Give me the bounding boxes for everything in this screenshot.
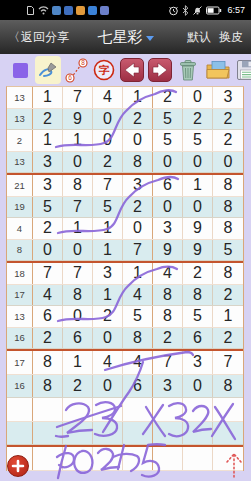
connect-numbers-tool-button[interactable]: 6 8 bbox=[63, 56, 89, 84]
number-cell: 8 bbox=[33, 351, 63, 374]
number-cell: 8 bbox=[213, 375, 243, 398]
row-sum-label: 13 bbox=[7, 306, 33, 327]
notification-icons bbox=[26, 5, 168, 16]
number-cell: 0 bbox=[63, 240, 93, 261]
number-cell: 2 bbox=[33, 218, 63, 239]
number-cell: 2 bbox=[213, 285, 243, 306]
board-row-2: 132902522 bbox=[7, 109, 243, 131]
number-cell bbox=[213, 398, 243, 421]
number-cell: 1 bbox=[93, 218, 123, 239]
folder-icon bbox=[204, 57, 232, 83]
arrow-left-icon bbox=[120, 58, 144, 82]
board-row-6: 195752008 bbox=[7, 197, 243, 219]
number-cell bbox=[153, 398, 183, 421]
number-cell: 6 bbox=[63, 328, 93, 349]
board-row-5: 213873618 bbox=[7, 175, 243, 197]
row-sum-label: 13 bbox=[7, 152, 33, 173]
svg-text:6: 6 bbox=[68, 74, 72, 81]
nav-bar: 〈 返回分享 七星彩 默认 换皮 bbox=[0, 20, 251, 54]
number-cell: 5 bbox=[153, 130, 183, 151]
number-cell: 2 bbox=[93, 152, 123, 173]
app-notification-icon bbox=[88, 6, 97, 15]
number-cell: 1 bbox=[63, 351, 93, 374]
number-cell: 8 bbox=[153, 306, 183, 327]
number-cell: 4 bbox=[33, 285, 63, 306]
scroll-to-top-button[interactable] bbox=[225, 450, 243, 481]
clock-time: 6:57 bbox=[227, 5, 245, 15]
number-cell: 0 bbox=[153, 152, 183, 173]
title-dropdown[interactable]: 七星彩 bbox=[86, 28, 165, 47]
number-cell: 0 bbox=[183, 197, 213, 218]
row-sum-label: 21 bbox=[7, 175, 33, 196]
number-cell: 0 bbox=[183, 152, 213, 173]
number-cell: 5 bbox=[123, 306, 153, 327]
number-cell: 8 bbox=[63, 175, 93, 196]
open-folder-button[interactable] bbox=[203, 56, 232, 84]
number-cell bbox=[63, 447, 93, 470]
number-cell: 7 bbox=[213, 351, 243, 374]
number-cell: 1 bbox=[93, 240, 123, 261]
mute-vibrate-icon bbox=[192, 5, 203, 16]
number-cell: 8 bbox=[213, 218, 243, 239]
number-cell: 3 bbox=[93, 263, 123, 284]
number-cell: 0 bbox=[93, 130, 123, 151]
number-cell bbox=[93, 398, 123, 421]
number-cell: 3 bbox=[33, 175, 63, 196]
number-cell: 2 bbox=[123, 109, 153, 130]
number-cell: 8 bbox=[213, 175, 243, 196]
svg-text:字: 字 bbox=[99, 64, 110, 76]
next-button[interactable] bbox=[147, 56, 173, 84]
board-row-7: 42110398 bbox=[7, 218, 243, 240]
number-cell: 0 bbox=[183, 87, 213, 108]
number-cell: 0 bbox=[93, 109, 123, 130]
number-cell: 8 bbox=[213, 197, 243, 218]
board-row-17 bbox=[7, 447, 243, 471]
number-cell: 3 bbox=[123, 175, 153, 196]
number-cell: 5 bbox=[183, 130, 213, 151]
back-chevron-icon: 〈 bbox=[8, 29, 20, 46]
number-cell: 2 bbox=[63, 375, 93, 398]
svg-text:8: 8 bbox=[81, 59, 85, 66]
app-notification-icon bbox=[64, 6, 73, 15]
number-cell: 5 bbox=[33, 197, 63, 218]
number-cell bbox=[123, 398, 153, 421]
text-tool-icon: 字 bbox=[92, 58, 116, 82]
number-cell: 3 bbox=[153, 375, 183, 398]
prev-button[interactable] bbox=[119, 56, 145, 84]
board-row-15 bbox=[7, 398, 243, 422]
number-cell bbox=[33, 422, 63, 445]
number-cell: 2 bbox=[153, 328, 183, 349]
board-row-8: 80017995 bbox=[7, 240, 243, 262]
number-cell: 0 bbox=[63, 306, 93, 327]
number-cell: 1 bbox=[213, 306, 243, 327]
number-cell: 5 bbox=[153, 109, 183, 130]
number-board[interactable]: 1317412031329025222110055213302800021387… bbox=[6, 86, 244, 471]
number-cell: 2 bbox=[213, 328, 243, 349]
number-cell: 8 bbox=[63, 285, 93, 306]
number-cell bbox=[123, 422, 153, 445]
number-cell bbox=[153, 447, 183, 470]
row-sum-label: 18 bbox=[7, 263, 33, 284]
number-cell: 9 bbox=[183, 240, 213, 261]
number-cell: 4 bbox=[123, 285, 153, 306]
number-cell bbox=[63, 398, 93, 421]
number-cell bbox=[183, 422, 213, 445]
number-cell: 7 bbox=[123, 240, 153, 261]
number-cell: 7 bbox=[63, 263, 93, 284]
number-cell: 6 bbox=[153, 175, 183, 196]
row-sum-label: 17 bbox=[7, 351, 33, 374]
status-bar: 6:57 bbox=[0, 0, 251, 20]
number-cell: 8 bbox=[33, 375, 63, 398]
number-cell: 0 bbox=[33, 240, 63, 261]
plus-icon bbox=[11, 459, 25, 473]
number-cell: 2 bbox=[213, 109, 243, 130]
board-row-12: 162608262 bbox=[7, 328, 243, 350]
number-cell: 0 bbox=[63, 152, 93, 173]
number-cell: 5 bbox=[183, 306, 213, 327]
number-cell: 0 bbox=[123, 218, 153, 239]
status-indicators: 6:57 bbox=[168, 5, 245, 16]
number-cell: 0 bbox=[93, 328, 123, 349]
up-arrow-dotted-icon bbox=[225, 450, 243, 480]
number-cell: 0 bbox=[93, 375, 123, 398]
app-notification-icon bbox=[100, 6, 109, 15]
number-cell: 6 bbox=[33, 306, 63, 327]
skin-change-button[interactable]: 换皮 bbox=[219, 29, 243, 46]
number-cell: 7 bbox=[93, 175, 123, 196]
number-cell: 2 bbox=[183, 109, 213, 130]
board-row-13: 178144737 bbox=[7, 351, 243, 375]
number-cell: 0 bbox=[213, 152, 243, 173]
number-cell: 3 bbox=[183, 351, 213, 374]
number-cell bbox=[123, 447, 153, 470]
row-sum-label bbox=[7, 398, 33, 421]
row-sum-label: 17 bbox=[7, 285, 33, 306]
row-sum-label: 16 bbox=[7, 328, 33, 349]
number-cell bbox=[33, 398, 63, 421]
app-notification-icon bbox=[52, 6, 61, 15]
alarm-icon bbox=[168, 5, 179, 16]
number-cell: 1 bbox=[63, 130, 93, 151]
board-row-4: 133028000 bbox=[7, 152, 243, 174]
purple-color-icon bbox=[13, 63, 28, 78]
number-cell: 2 bbox=[183, 263, 213, 284]
skin-default-button[interactable]: 默认 bbox=[187, 29, 211, 46]
number-cell: 8 bbox=[213, 263, 243, 284]
number-cell bbox=[93, 422, 123, 445]
number-cell: 7 bbox=[33, 263, 63, 284]
row-sum-label: 16 bbox=[7, 375, 33, 398]
row-sum-label: 8 bbox=[7, 240, 33, 261]
number-cell: 1 bbox=[33, 130, 63, 151]
number-cell bbox=[153, 422, 183, 445]
trash-icon bbox=[175, 57, 201, 84]
number-cell: 4 bbox=[93, 87, 123, 108]
number-cell: 7 bbox=[63, 197, 93, 218]
number-cell: 2 bbox=[213, 130, 243, 151]
save-floppy-icon bbox=[234, 57, 251, 83]
chevron-down-icon bbox=[146, 36, 154, 41]
bluetooth-icon bbox=[182, 5, 189, 16]
trash-button[interactable] bbox=[175, 56, 201, 84]
connect-numbers-icon: 6 8 bbox=[64, 57, 89, 84]
number-cell: 5 bbox=[93, 197, 123, 218]
row-sum-label: 13 bbox=[7, 109, 33, 130]
number-cell: 1 bbox=[63, 218, 93, 239]
row-sum-label bbox=[7, 422, 33, 445]
board-row-11: 136025851 bbox=[7, 306, 243, 328]
number-cell: 1 bbox=[33, 87, 63, 108]
pen-icon bbox=[37, 59, 59, 81]
board-row-16 bbox=[7, 422, 243, 446]
number-cell: 9 bbox=[153, 240, 183, 261]
color-swatch-button[interactable] bbox=[7, 56, 33, 84]
number-cell: 7 bbox=[153, 351, 183, 374]
text-tool-button[interactable]: 字 bbox=[91, 56, 117, 84]
back-share-label: 返回分享 bbox=[21, 29, 69, 46]
number-cell: 2 bbox=[33, 328, 63, 349]
number-cell: 1 bbox=[93, 285, 123, 306]
app-notification-icon bbox=[76, 6, 85, 15]
number-cell: 0 bbox=[123, 130, 153, 151]
number-cell: 6 bbox=[123, 375, 153, 398]
number-cell: 3 bbox=[213, 87, 243, 108]
pen-tool-button[interactable] bbox=[35, 56, 61, 84]
number-cell: 9 bbox=[63, 109, 93, 130]
row-sum-label: 4 bbox=[7, 218, 33, 239]
number-cell: 8 bbox=[153, 285, 183, 306]
number-cell: 9 bbox=[183, 218, 213, 239]
number-cell: 7 bbox=[63, 87, 93, 108]
number-cell: 2 bbox=[123, 197, 153, 218]
number-cell: 3 bbox=[33, 152, 63, 173]
number-cell: 0 bbox=[153, 197, 183, 218]
number-cell: 2 bbox=[93, 306, 123, 327]
drawing-toolbar: 6 8 字 bbox=[0, 54, 251, 86]
number-cell: 0 bbox=[183, 375, 213, 398]
arrow-right-icon bbox=[148, 58, 172, 82]
row-sum-label: 19 bbox=[7, 197, 33, 218]
number-cell bbox=[213, 422, 243, 445]
app-screen: 6:57 〈 返回分享 七星彩 默认 换皮 6 bbox=[0, 0, 251, 481]
number-cell bbox=[183, 398, 213, 421]
number-cell: 1 bbox=[123, 87, 153, 108]
wifi-icon bbox=[38, 5, 49, 15]
number-cell bbox=[183, 447, 213, 470]
board-row-1: 131741203 bbox=[7, 87, 243, 109]
save-button[interactable] bbox=[234, 56, 251, 84]
number-cell: 3 bbox=[153, 218, 183, 239]
number-cell: 1 bbox=[123, 263, 153, 284]
page-title: 七星彩 bbox=[98, 28, 143, 47]
number-cell: 5 bbox=[213, 240, 243, 261]
number-cell bbox=[63, 422, 93, 445]
row-sum-label: 2 bbox=[7, 130, 33, 151]
number-cell bbox=[33, 447, 63, 470]
number-cell: 4 bbox=[93, 351, 123, 374]
document-icon bbox=[26, 5, 35, 16]
number-cell: 4 bbox=[153, 263, 183, 284]
battery-icon bbox=[206, 6, 222, 15]
board-row-9: 187731428 bbox=[7, 263, 243, 285]
board-row-10: 174814882 bbox=[7, 285, 243, 307]
number-cell: 2 bbox=[33, 109, 63, 130]
number-cell: 6 bbox=[183, 328, 213, 349]
back-share-button[interactable]: 〈 返回分享 bbox=[8, 29, 86, 46]
board-row-14: 168206308 bbox=[7, 375, 243, 399]
number-cell: 4 bbox=[123, 351, 153, 374]
number-cell: 8 bbox=[183, 285, 213, 306]
number-cell bbox=[93, 447, 123, 470]
row-sum-label: 13 bbox=[7, 87, 33, 108]
add-button[interactable] bbox=[7, 455, 29, 477]
number-cell: 2 bbox=[153, 87, 183, 108]
number-cell: 8 bbox=[123, 328, 153, 349]
number-cell: 1 bbox=[183, 175, 213, 196]
number-cell: 8 bbox=[123, 152, 153, 173]
board-row-3: 21100552 bbox=[7, 130, 243, 152]
